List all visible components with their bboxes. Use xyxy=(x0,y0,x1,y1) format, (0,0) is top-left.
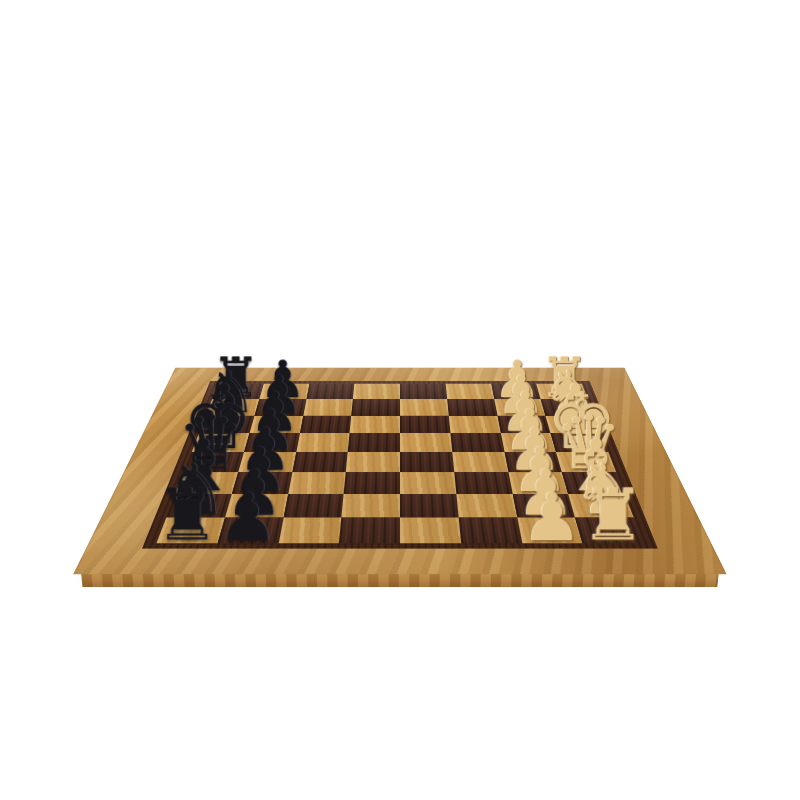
square-c4[interactable] xyxy=(400,472,456,494)
square-a4[interactable] xyxy=(400,518,461,544)
square-a3[interactable] xyxy=(458,518,521,544)
piece-black-pawn-a7[interactable]: ♟ xyxy=(218,483,278,550)
square-e6[interactable] xyxy=(296,433,350,452)
square-a7[interactable]: ♟ xyxy=(217,518,283,544)
square-a8[interactable]: ♜ xyxy=(156,518,224,544)
square-a1[interactable]: ♜ xyxy=(575,518,643,544)
square-e3[interactable] xyxy=(450,433,504,452)
square-e4[interactable] xyxy=(400,433,452,452)
square-g6[interactable] xyxy=(303,399,353,415)
square-f5[interactable] xyxy=(350,416,400,434)
square-c6[interactable] xyxy=(288,472,346,494)
square-b4[interactable] xyxy=(400,494,458,518)
piece-white-pawn-a2[interactable]: ♟ xyxy=(522,483,582,550)
square-f4[interactable] xyxy=(400,416,450,434)
square-f6[interactable] xyxy=(300,416,352,434)
square-c3[interactable] xyxy=(454,472,512,494)
product-photo-scene: ♜♟♟♜♞♟♟♞♝♟♟♝♚♟♟♚♛♟♟♛♝♟♟♝♞♟♟♞♜♟♟♜ xyxy=(0,0,800,800)
board-squares: ♜♟♟♜♞♟♟♞♝♟♟♝♚♟♟♚♛♟♟♛♝♟♟♝♞♟♟♞♜♟♟♜ xyxy=(156,384,643,543)
piece-black-rook-a8[interactable]: ♜ xyxy=(155,479,219,550)
chess-board: ♜♟♟♜♞♟♟♞♝♟♟♝♚♟♟♚♛♟♟♛♝♟♟♝♞♟♟♞♜♟♟♜ xyxy=(73,368,727,575)
square-c5[interactable] xyxy=(344,472,400,494)
square-b5[interactable] xyxy=(342,494,400,518)
square-g4[interactable] xyxy=(400,399,449,415)
square-g3[interactable] xyxy=(447,399,497,415)
square-e5[interactable] xyxy=(348,433,400,452)
square-b3[interactable] xyxy=(456,494,517,518)
piece-white-rook-a1[interactable]: ♜ xyxy=(581,479,645,550)
square-g5[interactable] xyxy=(351,399,400,415)
square-f3[interactable] xyxy=(449,416,501,434)
square-b6[interactable] xyxy=(283,494,344,518)
square-a2[interactable]: ♟ xyxy=(517,518,583,544)
square-a5[interactable] xyxy=(339,518,400,544)
square-a6[interactable] xyxy=(278,518,341,544)
